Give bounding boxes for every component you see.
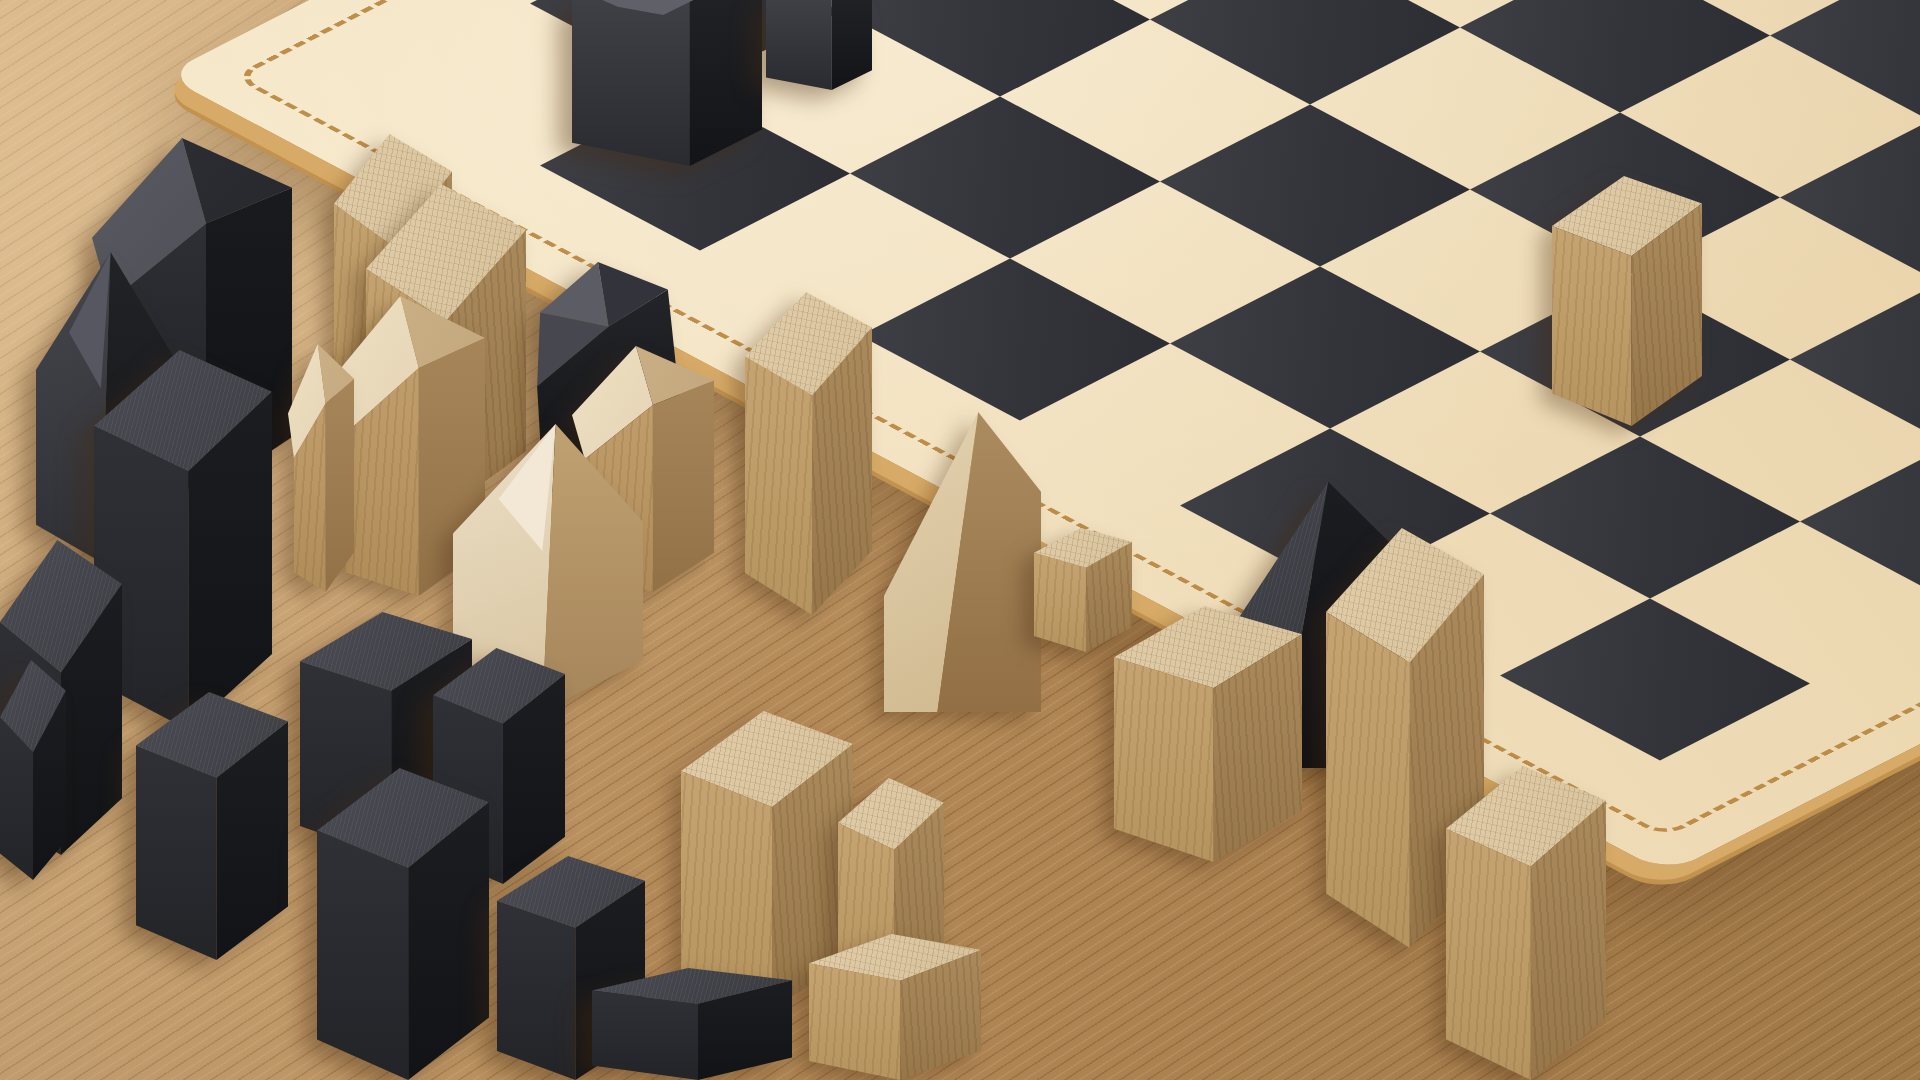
piece-oak-block[interactable]: [745, 292, 872, 615]
piece-oak-house[interactable]: [288, 344, 354, 592]
piece-oak-wedge[interactable]: [884, 406, 1041, 712]
piece-black-slant[interactable]: [0, 660, 66, 880]
piece-black-cropblock-a7[interactable]: [572, 0, 762, 166]
piece-oak-cube[interactable]: [809, 934, 981, 1080]
photo-scene: [0, 0, 1920, 1080]
piece-oak-cube[interactable]: [1114, 606, 1302, 862]
piece-oak-block-c3[interactable]: [1552, 176, 1702, 426]
piece-black-cropblock2-b7[interactable]: [766, 0, 872, 90]
piece-black-cube[interactable]: [136, 692, 288, 960]
piece-black-cube[interactable]: [592, 968, 792, 1080]
piece-oak-block[interactable]: [1446, 766, 1606, 1080]
piece-black-cube[interactable]: [317, 768, 489, 1080]
